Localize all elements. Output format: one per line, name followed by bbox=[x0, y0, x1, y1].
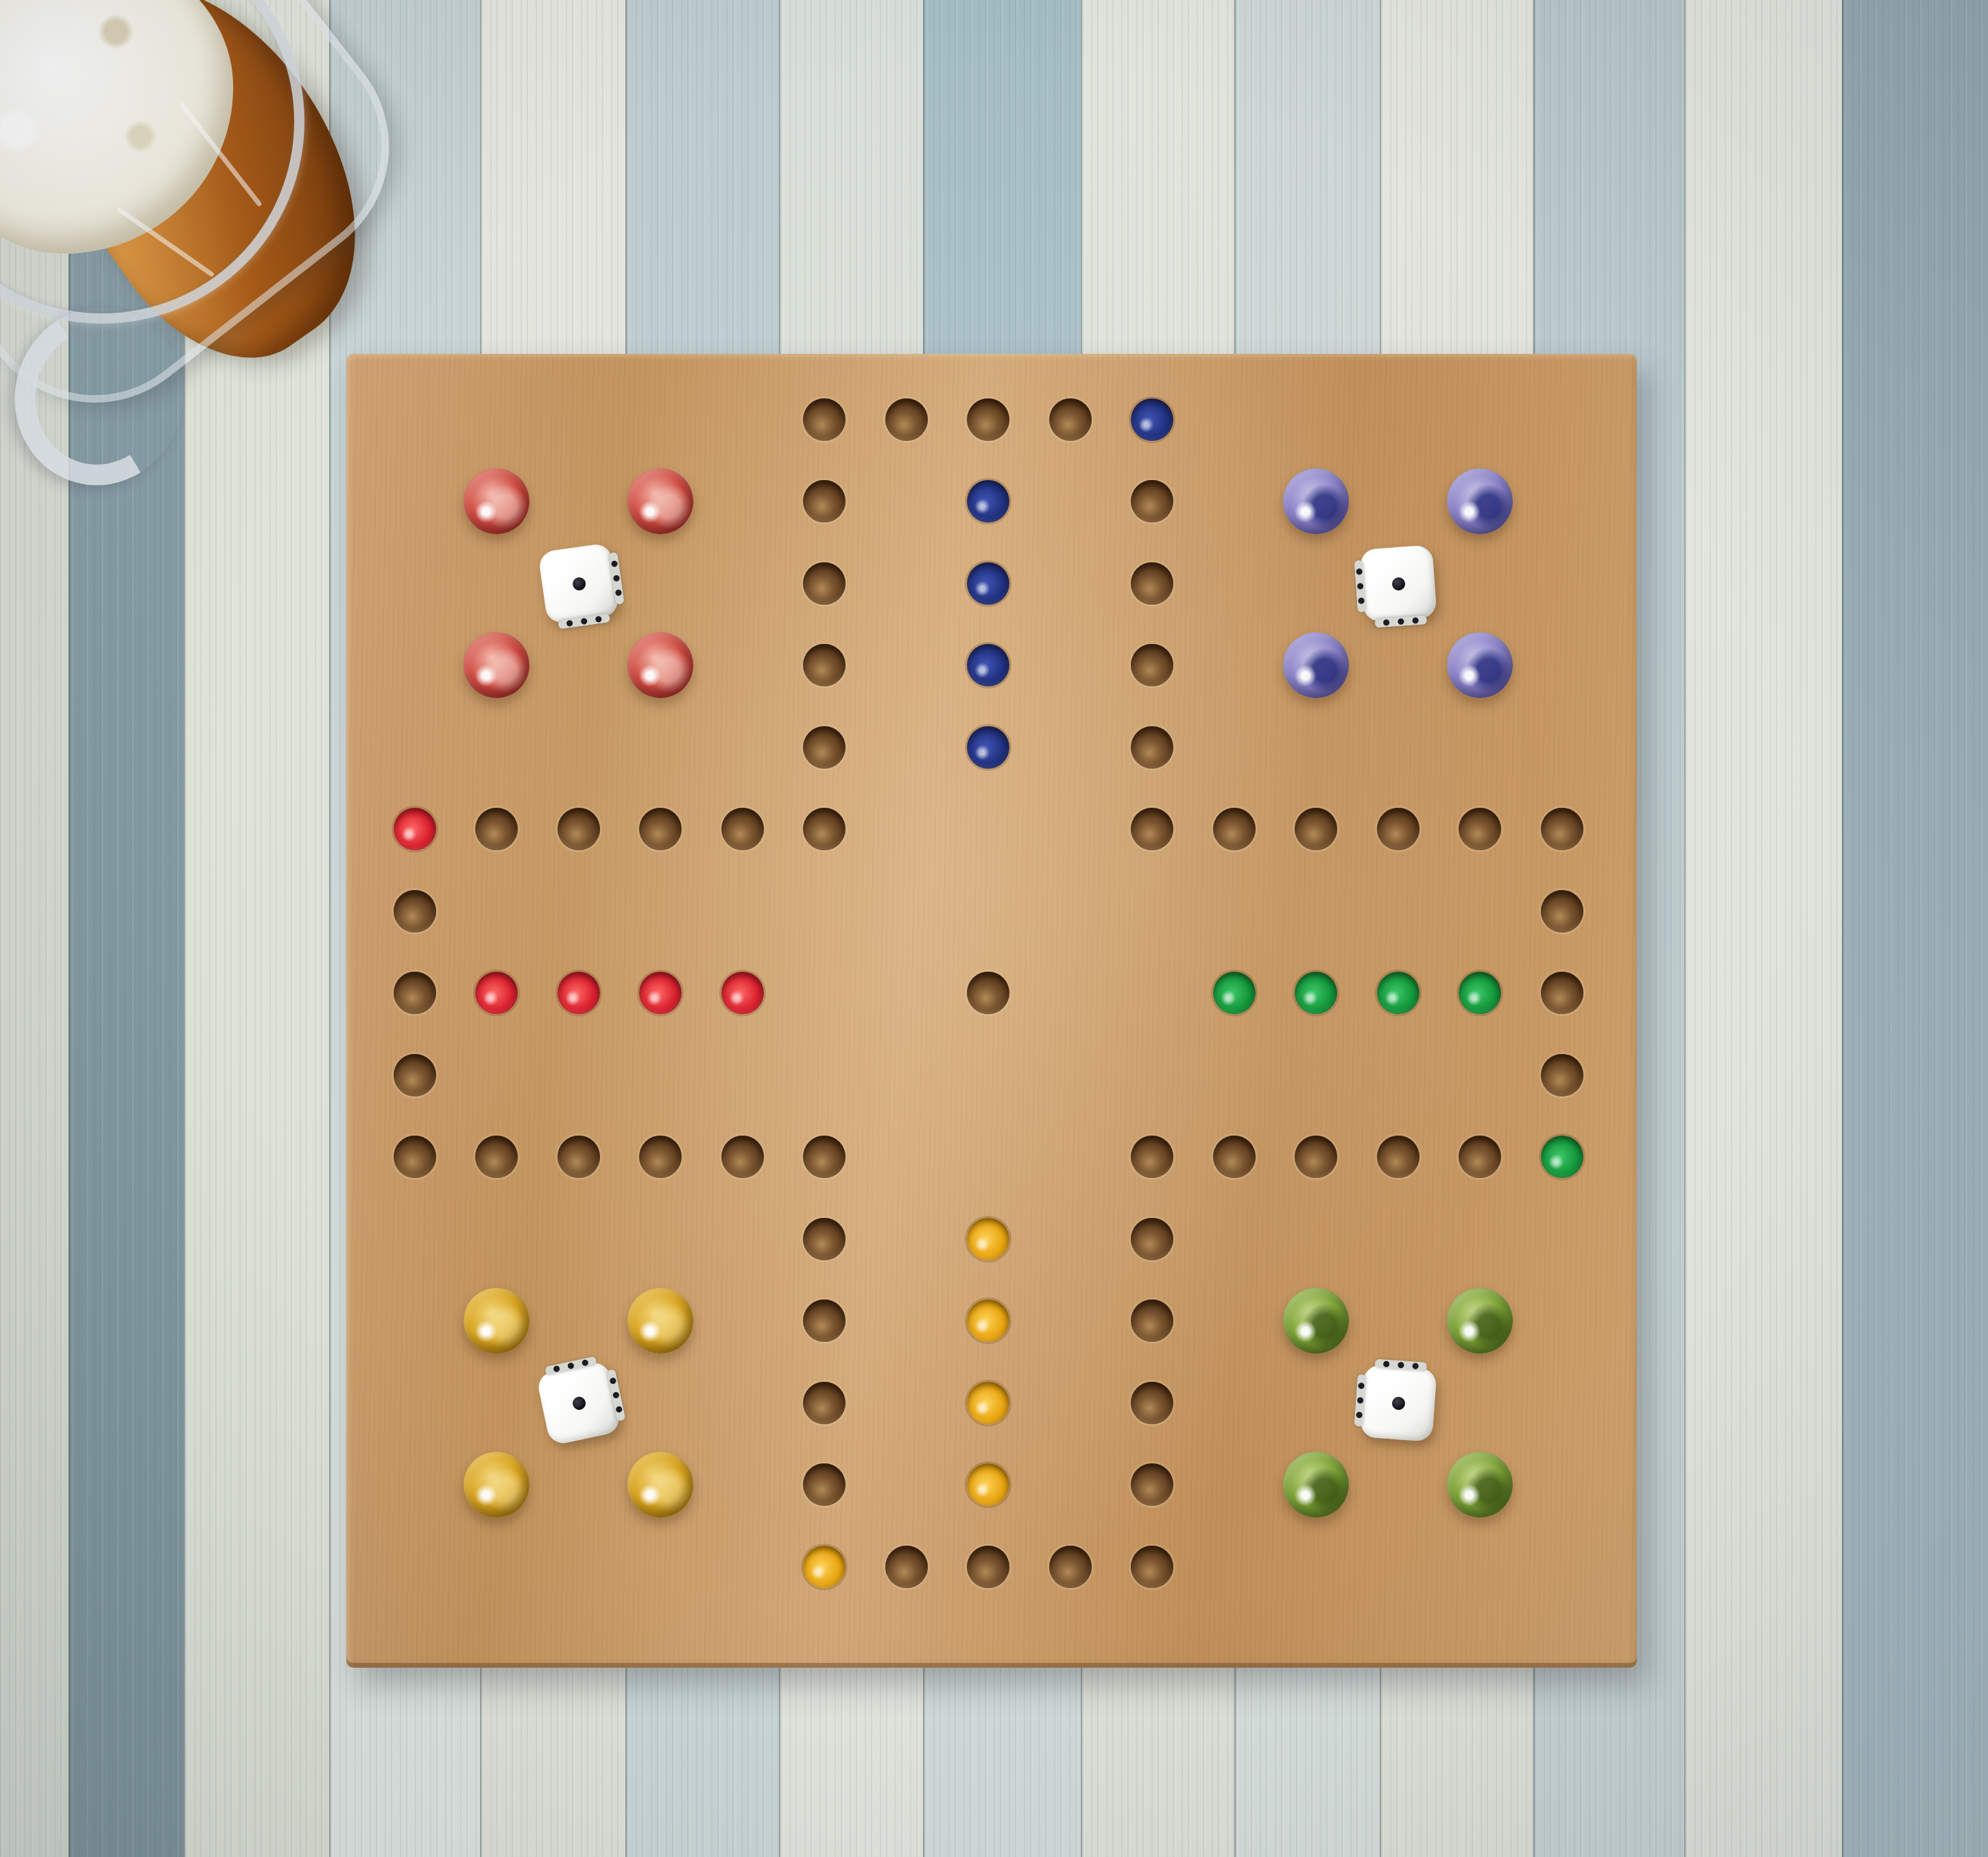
home-hole-blue[interactable] bbox=[967, 644, 1009, 686]
cell-c8-r3 bbox=[1029, 625, 1112, 707]
cell-c8-r14 bbox=[1029, 1526, 1112, 1608]
cell-c12-r13 bbox=[1357, 1444, 1439, 1526]
cell-c1-r12 bbox=[456, 1362, 538, 1444]
cell-c11-r3 bbox=[1276, 625, 1358, 707]
die-pip bbox=[571, 1395, 586, 1411]
cell-c0-r14 bbox=[374, 1526, 456, 1608]
track-hole[interactable] bbox=[803, 808, 846, 850]
track-hole[interactable] bbox=[1377, 1136, 1420, 1178]
cell-c1-r11 bbox=[456, 1280, 538, 1363]
cell-c11-r4 bbox=[1276, 706, 1358, 789]
cell-c8-r0 bbox=[1029, 379, 1112, 461]
cell-c14-r4 bbox=[1521, 706, 1603, 789]
cell-c1-r7 bbox=[456, 953, 538, 1035]
cell-c0-r10 bbox=[374, 1198, 456, 1280]
track-hole[interactable] bbox=[1049, 1546, 1092, 1588]
cell-c4-r11 bbox=[702, 1280, 784, 1363]
cell-c11-r12 bbox=[1276, 1362, 1358, 1444]
cell-c5-r3 bbox=[784, 625, 866, 707]
track-hole[interactable] bbox=[394, 1054, 436, 1097]
cell-c13-r3 bbox=[1439, 625, 1522, 707]
track-hole[interactable] bbox=[1541, 890, 1583, 933]
cell-c7-r1 bbox=[948, 461, 1030, 543]
cell-c2-r1 bbox=[538, 461, 620, 543]
cell-c6-r13 bbox=[865, 1444, 948, 1526]
cell-c2-r9 bbox=[538, 1116, 620, 1199]
cell-c1-r4 bbox=[456, 706, 538, 789]
cell-c9-r6 bbox=[1112, 870, 1194, 953]
cell-c13-r4 bbox=[1439, 706, 1522, 789]
start-hole-red[interactable] bbox=[394, 808, 436, 850]
cell-c8-r13 bbox=[1029, 1444, 1112, 1526]
track-hole[interactable] bbox=[1541, 972, 1583, 1014]
cell-c14-r14 bbox=[1521, 1526, 1603, 1608]
cell-c11-r8 bbox=[1276, 1034, 1358, 1116]
home-hole-blue[interactable] bbox=[967, 562, 1009, 605]
cell-c11-r7 bbox=[1276, 953, 1358, 1035]
cell-c8-r12 bbox=[1029, 1362, 1112, 1444]
cell-c8-r11 bbox=[1029, 1280, 1112, 1363]
cell-c11-r9 bbox=[1276, 1116, 1358, 1199]
home-hole-yellow[interactable] bbox=[967, 1382, 1009, 1424]
track-hole[interactable] bbox=[885, 398, 928, 441]
track-hole[interactable] bbox=[1131, 1218, 1173, 1260]
cell-c5-r5 bbox=[784, 789, 866, 871]
cell-c8-r7 bbox=[1029, 953, 1112, 1035]
cell-c0-r12 bbox=[374, 1362, 456, 1444]
cell-c9-r10 bbox=[1112, 1198, 1194, 1280]
track-hole[interactable] bbox=[1459, 808, 1501, 850]
marble-blue[interactable] bbox=[1447, 632, 1513, 698]
cell-c1-r8 bbox=[456, 1034, 538, 1116]
cell-c12-r5 bbox=[1357, 789, 1439, 871]
cell-c1-r3 bbox=[456, 625, 538, 707]
marble-blue[interactable] bbox=[1283, 632, 1349, 698]
cell-c5-r10 bbox=[784, 1198, 866, 1280]
track-hole[interactable] bbox=[394, 972, 436, 1014]
start-hole-blue[interactable] bbox=[1131, 398, 1173, 441]
track-hole[interactable] bbox=[803, 562, 846, 605]
marble-yellow[interactable] bbox=[464, 1452, 529, 1518]
cell-c12-r1 bbox=[1357, 461, 1439, 543]
cell-c13-r10 bbox=[1439, 1198, 1522, 1280]
cell-c8-r9 bbox=[1029, 1116, 1112, 1199]
marble-green[interactable] bbox=[1283, 1452, 1349, 1518]
home-hole-green[interactable] bbox=[1295, 972, 1337, 1014]
cell-c10-r1 bbox=[1193, 461, 1276, 543]
cell-c14-r5 bbox=[1521, 789, 1603, 871]
track-hole[interactable] bbox=[967, 398, 1009, 441]
cell-c0-r0 bbox=[374, 379, 456, 461]
beer-mug bbox=[0, 0, 343, 466]
track-hole[interactable] bbox=[721, 1136, 764, 1178]
track-hole[interactable] bbox=[394, 890, 436, 933]
die-bottom-right[interactable] bbox=[1359, 1364, 1437, 1441]
cell-c4-r0 bbox=[702, 379, 784, 461]
track-hole[interactable] bbox=[1131, 644, 1173, 686]
marble-blue[interactable] bbox=[1447, 468, 1513, 534]
home-hole-green[interactable] bbox=[1213, 972, 1256, 1014]
cell-c13-r14 bbox=[1439, 1526, 1522, 1608]
marble-green[interactable] bbox=[1447, 1452, 1513, 1518]
cell-c4-r2 bbox=[702, 542, 784, 625]
die-pip bbox=[1391, 1396, 1405, 1410]
cell-c10-r6 bbox=[1193, 870, 1276, 953]
cell-c11-r13 bbox=[1276, 1444, 1358, 1526]
marble-green[interactable] bbox=[1283, 1288, 1349, 1354]
cell-c3-r2 bbox=[620, 542, 702, 625]
cell-c12-r11 bbox=[1357, 1280, 1439, 1363]
cell-c9-r14 bbox=[1112, 1526, 1194, 1608]
track-hole[interactable] bbox=[885, 1546, 928, 1588]
cell-c9-r8 bbox=[1112, 1034, 1194, 1116]
cell-c3-r8 bbox=[620, 1034, 702, 1116]
cell-c14-r6 bbox=[1521, 870, 1603, 953]
track-hole[interactable] bbox=[803, 1463, 846, 1506]
cell-c6-r12 bbox=[865, 1362, 948, 1444]
cell-c14-r3 bbox=[1521, 625, 1603, 707]
cell-c0-r7 bbox=[374, 953, 456, 1035]
cell-c3-r12 bbox=[620, 1362, 702, 1444]
cell-c10-r12 bbox=[1193, 1362, 1276, 1444]
cell-c7-r10 bbox=[948, 1198, 1030, 1280]
cell-c0-r1 bbox=[374, 461, 456, 543]
cell-c7-r9 bbox=[948, 1116, 1030, 1199]
cell-c9-r5 bbox=[1112, 789, 1194, 871]
cell-c8-r1 bbox=[1029, 461, 1112, 543]
track-hole[interactable] bbox=[1131, 1136, 1173, 1178]
cell-c13-r7 bbox=[1439, 953, 1522, 1035]
track-hole[interactable] bbox=[803, 1136, 846, 1178]
die-bottom-left[interactable] bbox=[536, 1360, 622, 1446]
cell-c7-r4 bbox=[948, 706, 1030, 789]
cell-c12-r10 bbox=[1357, 1198, 1439, 1280]
cell-c2-r6 bbox=[538, 870, 620, 953]
cell-c0-r13 bbox=[374, 1444, 456, 1526]
cell-c13-r1 bbox=[1439, 461, 1522, 543]
cell-c4-r1 bbox=[702, 461, 784, 543]
track-hole[interactable] bbox=[803, 1218, 846, 1260]
cell-c8-r8 bbox=[1029, 1034, 1112, 1116]
cell-c1-r14 bbox=[456, 1526, 538, 1608]
track-hole[interactable] bbox=[1131, 1299, 1173, 1342]
cell-c4-r14 bbox=[702, 1526, 784, 1608]
marble-red[interactable] bbox=[464, 468, 529, 534]
cell-c10-r0 bbox=[1193, 379, 1276, 461]
cell-c1-r9 bbox=[456, 1116, 538, 1199]
cell-c14-r7 bbox=[1521, 953, 1603, 1035]
cell-c8-r5 bbox=[1029, 789, 1112, 871]
cell-c9-r11 bbox=[1112, 1280, 1194, 1363]
cell-c4-r12 bbox=[702, 1362, 784, 1444]
cell-c9-r1 bbox=[1112, 461, 1194, 543]
track-hole[interactable] bbox=[639, 1136, 682, 1178]
home-hole-red[interactable] bbox=[475, 972, 518, 1014]
cell-c2-r7 bbox=[538, 953, 620, 1035]
track-hole[interactable] bbox=[803, 644, 846, 686]
track-hole[interactable] bbox=[475, 1136, 518, 1178]
cell-c1-r0 bbox=[456, 379, 538, 461]
cell-c3-r13 bbox=[620, 1444, 702, 1526]
track-hole[interactable] bbox=[1131, 1546, 1173, 1588]
cell-c0-r11 bbox=[374, 1280, 456, 1363]
track-hole[interactable] bbox=[1213, 1136, 1256, 1178]
die-pip bbox=[1391, 577, 1405, 590]
cell-c6-r1 bbox=[865, 461, 948, 543]
cell-c13-r11 bbox=[1439, 1280, 1522, 1363]
cell-c5-r1 bbox=[784, 461, 866, 543]
marble-red[interactable] bbox=[627, 468, 693, 534]
cell-c0-r8 bbox=[374, 1034, 456, 1116]
home-hole-blue[interactable] bbox=[967, 480, 1009, 523]
cell-c9-r12 bbox=[1112, 1362, 1194, 1444]
cell-c6-r0 bbox=[865, 379, 948, 461]
cell-c12-r9 bbox=[1357, 1116, 1439, 1199]
cell-c7-r6 bbox=[948, 870, 1030, 953]
cell-c14-r11 bbox=[1521, 1280, 1603, 1363]
cell-c4-r7 bbox=[702, 953, 784, 1035]
cell-c7-r12 bbox=[948, 1362, 1030, 1444]
cell-c10-r7 bbox=[1193, 953, 1276, 1035]
cell-c7-r3 bbox=[948, 625, 1030, 707]
marble-green[interactable] bbox=[1447, 1288, 1513, 1354]
cell-c7-r13 bbox=[948, 1444, 1030, 1526]
cell-c4-r5 bbox=[702, 789, 784, 871]
cell-c6-r14 bbox=[865, 1526, 948, 1608]
center-hole[interactable] bbox=[967, 972, 1009, 1014]
cell-c11-r0 bbox=[1276, 379, 1358, 461]
cell-c7-r5 bbox=[948, 789, 1030, 871]
cell-c0-r2 bbox=[374, 542, 456, 625]
cell-c6-r11 bbox=[865, 1280, 948, 1363]
track-hole[interactable] bbox=[803, 726, 846, 769]
cell-c1-r1 bbox=[456, 461, 538, 543]
cell-c0-r3 bbox=[374, 625, 456, 707]
marble-red[interactable] bbox=[627, 632, 693, 698]
cell-c3-r14 bbox=[620, 1526, 702, 1608]
cell-c2-r4 bbox=[538, 706, 620, 789]
marble-yellow[interactable] bbox=[627, 1288, 693, 1354]
die-top-right[interactable] bbox=[1359, 544, 1437, 622]
cell-c9-r7 bbox=[1112, 953, 1194, 1035]
cell-c10-r9 bbox=[1193, 1116, 1276, 1199]
cell-c1-r5 bbox=[456, 789, 538, 871]
track-hole[interactable] bbox=[1131, 562, 1173, 605]
track-hole[interactable] bbox=[1541, 1054, 1583, 1097]
cell-c10-r5 bbox=[1193, 789, 1276, 871]
cell-c9-r3 bbox=[1112, 625, 1194, 707]
cell-c3-r4 bbox=[620, 706, 702, 789]
cell-c13-r2 bbox=[1439, 542, 1522, 625]
cell-c14-r2 bbox=[1521, 542, 1603, 625]
cell-c7-r2 bbox=[948, 542, 1030, 625]
marble-blue[interactable] bbox=[1283, 468, 1349, 534]
cell-c13-r13 bbox=[1439, 1444, 1522, 1526]
marble-red[interactable] bbox=[464, 632, 529, 698]
cell-c11-r1 bbox=[1276, 461, 1358, 543]
cell-c9-r4 bbox=[1112, 706, 1194, 789]
track-hole[interactable] bbox=[803, 398, 846, 441]
track-hole[interactable] bbox=[803, 480, 846, 523]
cell-c9-r0 bbox=[1112, 379, 1194, 461]
home-hole-red[interactable] bbox=[558, 972, 600, 1014]
die-pip bbox=[571, 576, 586, 590]
cell-c6-r9 bbox=[865, 1116, 948, 1199]
cell-c1-r10 bbox=[456, 1198, 538, 1280]
cell-c2-r11 bbox=[538, 1280, 620, 1363]
home-hole-red[interactable] bbox=[639, 972, 682, 1014]
cell-c6-r7 bbox=[865, 953, 948, 1035]
cell-c14-r0 bbox=[1521, 379, 1603, 461]
track-hole[interactable] bbox=[1131, 1382, 1173, 1424]
home-hole-blue[interactable] bbox=[967, 726, 1009, 769]
home-hole-green[interactable] bbox=[1459, 972, 1501, 1014]
track-hole[interactable] bbox=[1131, 1463, 1173, 1506]
track-hole[interactable] bbox=[1459, 1136, 1501, 1178]
cell-c14-r10 bbox=[1521, 1198, 1603, 1280]
track-hole[interactable] bbox=[1213, 808, 1256, 850]
cell-c5-r0 bbox=[784, 379, 866, 461]
home-hole-yellow[interactable] bbox=[967, 1299, 1009, 1342]
cell-c10-r8 bbox=[1193, 1034, 1276, 1116]
cell-c3-r7 bbox=[620, 953, 702, 1035]
cell-c11-r5 bbox=[1276, 789, 1358, 871]
overhead-photo-scene bbox=[0, 0, 1988, 1857]
cell-c5-r11 bbox=[784, 1280, 866, 1363]
track-hole[interactable] bbox=[558, 1136, 600, 1178]
cell-c8-r10 bbox=[1029, 1198, 1112, 1280]
cell-c7-r11 bbox=[948, 1280, 1030, 1363]
cell-c6-r2 bbox=[865, 542, 948, 625]
cell-c1-r2 bbox=[456, 542, 538, 625]
start-hole-yellow[interactable] bbox=[803, 1546, 846, 1588]
cell-c8-r6 bbox=[1029, 870, 1112, 953]
cell-c5-r8 bbox=[784, 1034, 866, 1116]
cell-c6-r8 bbox=[865, 1034, 948, 1116]
cell-c2-r3 bbox=[538, 625, 620, 707]
cell-c3-r9 bbox=[620, 1116, 702, 1199]
cell-c11-r2 bbox=[1276, 542, 1358, 625]
cell-c3-r5 bbox=[620, 789, 702, 871]
home-hole-red[interactable] bbox=[721, 972, 764, 1014]
cell-c4-r13 bbox=[702, 1444, 784, 1526]
cell-c1-r13 bbox=[456, 1444, 538, 1526]
cell-c13-r9 bbox=[1439, 1116, 1522, 1199]
cell-c10-r14 bbox=[1193, 1526, 1276, 1608]
cell-c4-r3 bbox=[702, 625, 784, 707]
cell-c4-r10 bbox=[702, 1198, 784, 1280]
cell-c11-r14 bbox=[1276, 1526, 1358, 1608]
table-plank bbox=[1842, 0, 1988, 1857]
track-hole[interactable] bbox=[639, 808, 682, 850]
cell-c13-r6 bbox=[1439, 870, 1522, 953]
cell-c12-r6 bbox=[1357, 870, 1439, 953]
cell-c12-r3 bbox=[1357, 625, 1439, 707]
marble-yellow[interactable] bbox=[464, 1288, 529, 1354]
track-hole[interactable] bbox=[394, 1136, 436, 1178]
home-hole-yellow[interactable] bbox=[967, 1218, 1009, 1260]
cell-c7-r7 bbox=[948, 953, 1030, 1035]
cell-c11-r11 bbox=[1276, 1280, 1358, 1363]
wahoo-board bbox=[346, 354, 1637, 1668]
track-hole[interactable] bbox=[967, 1546, 1009, 1588]
marble-yellow[interactable] bbox=[627, 1452, 693, 1518]
cell-c9-r13 bbox=[1112, 1444, 1194, 1526]
track-hole[interactable] bbox=[1049, 398, 1092, 441]
track-hole[interactable] bbox=[1295, 808, 1337, 850]
home-hole-yellow[interactable] bbox=[967, 1463, 1009, 1506]
cell-c5-r6 bbox=[784, 870, 866, 953]
cell-c13-r12 bbox=[1439, 1362, 1522, 1444]
cell-c9-r9 bbox=[1112, 1116, 1194, 1199]
cell-c2-r14 bbox=[538, 1526, 620, 1608]
cell-c2-r8 bbox=[538, 1034, 620, 1116]
cell-c6-r6 bbox=[865, 870, 948, 953]
cell-c9-r2 bbox=[1112, 542, 1194, 625]
cell-c2-r13 bbox=[538, 1444, 620, 1526]
track-hole[interactable] bbox=[558, 808, 600, 850]
track-hole[interactable] bbox=[721, 808, 764, 850]
cell-c14-r8 bbox=[1521, 1034, 1603, 1116]
cell-c10-r13 bbox=[1193, 1444, 1276, 1526]
cell-c6-r10 bbox=[865, 1198, 948, 1280]
cell-c10-r10 bbox=[1193, 1198, 1276, 1280]
cell-c10-r4 bbox=[1193, 706, 1276, 789]
cell-c5-r2 bbox=[784, 542, 866, 625]
cell-c11-r6 bbox=[1276, 870, 1358, 953]
start-hole-green[interactable] bbox=[1541, 1136, 1583, 1178]
cell-c12-r4 bbox=[1357, 706, 1439, 789]
cell-c3-r0 bbox=[620, 379, 702, 461]
cell-c4-r9 bbox=[702, 1116, 784, 1199]
home-hole-green[interactable] bbox=[1377, 972, 1420, 1014]
track-hole[interactable] bbox=[1377, 808, 1420, 850]
track-hole[interactable] bbox=[1541, 808, 1583, 850]
cell-c1-r6 bbox=[456, 870, 538, 953]
track-hole[interactable] bbox=[803, 1299, 846, 1342]
cell-c6-r3 bbox=[865, 625, 948, 707]
cell-c3-r3 bbox=[620, 625, 702, 707]
die-top-left[interactable] bbox=[538, 542, 620, 625]
cell-c2-r10 bbox=[538, 1198, 620, 1280]
track-hole[interactable] bbox=[1131, 726, 1173, 769]
track-hole[interactable] bbox=[803, 1382, 846, 1424]
cell-c2-r5 bbox=[538, 789, 620, 871]
track-hole[interactable] bbox=[1295, 1136, 1337, 1178]
cell-c5-r13 bbox=[784, 1444, 866, 1526]
track-hole[interactable] bbox=[475, 808, 518, 850]
cell-c4-r4 bbox=[702, 706, 784, 789]
cell-c12-r7 bbox=[1357, 953, 1439, 1035]
cell-c3-r1 bbox=[620, 461, 702, 543]
cell-c3-r10 bbox=[620, 1198, 702, 1280]
cell-c5-r12 bbox=[784, 1362, 866, 1444]
cell-c2-r0 bbox=[538, 379, 620, 461]
cell-c13-r5 bbox=[1439, 789, 1522, 871]
cell-c7-r14 bbox=[948, 1526, 1030, 1608]
cell-c12-r8 bbox=[1357, 1034, 1439, 1116]
cell-c10-r3 bbox=[1193, 625, 1276, 707]
track-hole[interactable] bbox=[1131, 480, 1173, 523]
cell-c10-r2 bbox=[1193, 542, 1276, 625]
cell-c13-r0 bbox=[1439, 379, 1522, 461]
cell-c5-r9 bbox=[784, 1116, 866, 1199]
cell-c7-r0 bbox=[948, 379, 1030, 461]
cell-c4-r6 bbox=[702, 870, 784, 953]
cell-c5-r7 bbox=[784, 953, 866, 1035]
cell-c0-r4 bbox=[374, 706, 456, 789]
track-hole[interactable] bbox=[1131, 808, 1173, 850]
